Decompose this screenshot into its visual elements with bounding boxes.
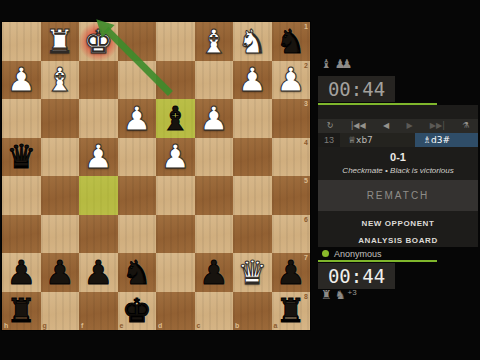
captured-pawn-icon: ♟ — [342, 58, 353, 70]
material-advantage: +3 — [348, 289, 357, 297]
file-label-h: h — [4, 322, 8, 329]
file-label-e: e — [120, 322, 124, 329]
white-queen-b7[interactable]: ♛ — [233, 253, 272, 292]
square-f7[interactable]: ♟ — [79, 253, 118, 292]
wood-grain — [195, 215, 234, 254]
wood-grain — [233, 176, 272, 215]
black-pawn-f7[interactable]: ♟ — [79, 253, 118, 292]
square-c4[interactable] — [195, 138, 234, 177]
rematch-button[interactable]: REMATCH — [318, 180, 478, 211]
square-d2[interactable] — [156, 61, 195, 100]
wood-grain — [2, 99, 41, 138]
rank-label-6: 6 — [304, 216, 308, 223]
square-f3[interactable] — [79, 99, 118, 138]
wood-grain — [156, 253, 195, 292]
square-a3[interactable]: 3 — [272, 99, 311, 138]
square-b7[interactable]: ♛ — [233, 253, 272, 292]
wood-grain — [41, 138, 80, 177]
square-d6[interactable] — [156, 215, 195, 254]
white-pawn-c3[interactable]: ♟ — [195, 99, 234, 138]
square-b8[interactable]: b — [233, 292, 272, 331]
white-bishop-g2[interactable]: ♝ — [41, 61, 80, 100]
wood-grain — [195, 61, 234, 100]
analysis-board-button[interactable]: ANALYSIS BOARD — [318, 232, 478, 248]
white-rook-g1[interactable]: ♜ — [41, 22, 80, 61]
wood-grain — [118, 61, 157, 100]
rank-label-5: 5 — [304, 177, 308, 184]
last-move-highlight — [79, 176, 118, 215]
square-c8[interactable]: c — [195, 292, 234, 331]
black-player-online-icon — [322, 250, 329, 257]
square-d4[interactable]: ♟ — [156, 138, 195, 177]
wood-grain — [233, 215, 272, 254]
square-e8[interactable]: ♚e — [118, 292, 157, 331]
square-e5[interactable] — [118, 176, 157, 215]
wood-grain — [118, 22, 157, 61]
result-description: Checkmate • Black is victorious — [318, 166, 478, 175]
wood-grain — [79, 61, 118, 100]
square-b1[interactable]: ♞ — [233, 22, 272, 61]
wood-grain — [195, 138, 234, 177]
file-label-g: g — [43, 322, 47, 329]
move-white[interactable]: ♕xb7 — [340, 133, 415, 147]
file-label-f: f — [81, 322, 83, 329]
square-e3[interactable]: ♟ — [118, 99, 157, 138]
wood-grain — [195, 176, 234, 215]
black-pawn-g7[interactable]: ♟ — [41, 253, 80, 292]
captured-rook-icon: ♜ — [321, 289, 332, 301]
captured-pieces-top: ♝♟♟ — [321, 58, 352, 70]
result-block: 0-1 Checkmate • Black is victorious — [318, 147, 478, 180]
square-c3[interactable]: ♟ — [195, 99, 234, 138]
white-pawn-f4[interactable]: ♟ — [79, 138, 118, 177]
white-king-f1[interactable]: ♚ — [79, 22, 118, 61]
square-h8[interactable]: ♜h — [2, 292, 41, 331]
bottom-clock: 00:44 — [318, 263, 395, 289]
rank-label-8: 8 — [304, 293, 308, 300]
wood-grain — [2, 215, 41, 254]
square-b3[interactable] — [233, 99, 272, 138]
square-g1[interactable]: ♜ — [41, 22, 80, 61]
wood-grain — [2, 22, 41, 61]
white-pawn-h2[interactable]: ♟ — [2, 61, 41, 100]
black-pawn-c7[interactable]: ♟ — [195, 253, 234, 292]
rank-label-3: 3 — [304, 100, 308, 107]
wood-grain — [41, 215, 80, 254]
square-h2[interactable]: ♟ — [2, 61, 41, 100]
white-pawn-b2[interactable]: ♟ — [233, 61, 272, 100]
wood-grain — [156, 215, 195, 254]
rank-label-1: 1 — [304, 23, 308, 30]
square-a2[interactable]: ♟2 — [272, 61, 311, 100]
square-e7[interactable]: ♞ — [118, 253, 157, 292]
square-g8[interactable]: g — [41, 292, 80, 331]
square-b2[interactable]: ♟ — [233, 61, 272, 100]
black-bishop-d3[interactable]: ♝ — [156, 99, 195, 138]
wood-grain — [156, 176, 195, 215]
wood-grain — [156, 61, 195, 100]
square-e1[interactable] — [118, 22, 157, 61]
square-a7[interactable]: ♟7 — [272, 253, 311, 292]
wood-grain — [79, 292, 118, 331]
square-f5[interactable] — [79, 176, 118, 215]
square-f1[interactable]: ♚ — [79, 22, 118, 61]
square-g7[interactable]: ♟ — [41, 253, 80, 292]
replay-controls: ↻|◀◀◀▶▶▶|⚗ — [318, 119, 478, 133]
wood-grain — [41, 176, 80, 215]
square-a8[interactable]: ♜8a — [272, 292, 311, 331]
white-pawn-d4[interactable]: ♟ — [156, 138, 195, 177]
new-opponent-button[interactable]: NEW OPPONENT — [318, 215, 478, 231]
black-queen-h4[interactable]: ♛ — [2, 138, 41, 177]
wood-grain — [41, 99, 80, 138]
square-a5[interactable]: 5 — [272, 176, 311, 215]
bottom-time-bar — [318, 260, 437, 262]
square-g3[interactable] — [41, 99, 80, 138]
square-c2[interactable] — [195, 61, 234, 100]
file-label-c: c — [197, 322, 201, 329]
lichess-game-screen: ♜♚♝♞♞1♟♝♟♟2♟♝♟3♛♟♟456♟♟♟♞♟♛♟7♜hgf♚edcb♜8… — [0, 0, 480, 360]
move-list: 13 ♕xb7 ♗d3# — [318, 133, 478, 147]
move-black-selected[interactable]: ♗d3# — [415, 133, 478, 147]
wood-grain — [118, 215, 157, 254]
square-g4[interactable] — [41, 138, 80, 177]
white-pawn-e3[interactable]: ♟ — [118, 99, 157, 138]
chess-board[interactable]: ♜♚♝♞♞1♟♝♟♟2♟♝♟3♛♟♟456♟♟♟♞♟♛♟7♜hgf♚edcb♜8… — [2, 22, 310, 330]
wood-grain — [156, 22, 195, 61]
square-b5[interactable] — [233, 176, 272, 215]
black-knight-e7[interactable]: ♞ — [118, 253, 157, 292]
square-d8[interactable]: d — [156, 292, 195, 331]
square-f2[interactable] — [79, 61, 118, 100]
square-f6[interactable] — [79, 215, 118, 254]
rank-label-4: 4 — [304, 139, 308, 146]
result-score: 0-1 — [318, 151, 478, 163]
previous-move-icon[interactable]: ◀ — [383, 122, 389, 130]
bottom-player-row: Anonymous — [318, 247, 478, 260]
square-c6[interactable] — [195, 215, 234, 254]
wood-grain — [118, 138, 157, 177]
square-b4[interactable] — [233, 138, 272, 177]
move-number: 13 — [318, 133, 340, 147]
square-f4[interactable]: ♟ — [79, 138, 118, 177]
rank-label-2: 2 — [304, 62, 308, 69]
last-move-icon[interactable]: ▶▶| — [430, 122, 445, 130]
wood-grain — [79, 99, 118, 138]
wood-grain — [118, 176, 157, 215]
square-h7[interactable]: ♟ — [2, 253, 41, 292]
flip-board-icon[interactable]: ↻ — [327, 122, 334, 130]
square-g5[interactable] — [41, 176, 80, 215]
square-d5[interactable] — [156, 176, 195, 215]
analysis-icon[interactable]: ⚗ — [462, 122, 469, 130]
square-e6[interactable] — [118, 215, 157, 254]
square-g6[interactable] — [41, 215, 80, 254]
square-d3[interactable]: ♝ — [156, 99, 195, 138]
wood-grain — [233, 99, 272, 138]
square-b6[interactable] — [233, 215, 272, 254]
top-clock: 00:44 — [318, 76, 395, 102]
file-label-d: d — [158, 322, 162, 329]
square-d7[interactable] — [156, 253, 195, 292]
wood-grain — [79, 215, 118, 254]
square-h6[interactable] — [2, 215, 41, 254]
square-a4[interactable]: 4 — [272, 138, 311, 177]
square-e2[interactable] — [118, 61, 157, 100]
square-h5[interactable] — [2, 176, 41, 215]
square-a6[interactable]: 6 — [272, 215, 311, 254]
black-pawn-h7[interactable]: ♟ — [2, 253, 41, 292]
file-label-a: a — [274, 322, 278, 329]
square-c7[interactable]: ♟ — [195, 253, 234, 292]
wood-grain — [233, 138, 272, 177]
square-d1[interactable] — [156, 22, 195, 61]
white-knight-b1[interactable]: ♞ — [233, 22, 272, 61]
white-bishop-c1[interactable]: ♝ — [195, 22, 234, 61]
square-h1[interactable] — [2, 22, 41, 61]
square-a1[interactable]: ♞1 — [272, 22, 311, 61]
square-g2[interactable]: ♝ — [41, 61, 80, 100]
square-c1[interactable]: ♝ — [195, 22, 234, 61]
rank-label-7: 7 — [304, 254, 308, 261]
wood-grain — [2, 176, 41, 215]
square-h4[interactable]: ♛ — [2, 138, 41, 177]
square-e4[interactable] — [118, 138, 157, 177]
file-label-b: b — [235, 322, 239, 329]
captured-bishop-icon: ♝ — [321, 58, 332, 70]
square-c5[interactable] — [195, 176, 234, 215]
bottom-player-name: Anonymous — [334, 249, 382, 259]
captured-pieces-bottom: ♜♞+3 — [321, 289, 357, 301]
square-h3[interactable] — [2, 99, 41, 138]
first-move-icon[interactable]: |◀◀ — [351, 122, 366, 130]
square-f8[interactable]: f — [79, 292, 118, 331]
captured-knight-icon: ♞ — [335, 289, 346, 301]
next-move-icon[interactable]: ▶ — [406, 122, 412, 130]
